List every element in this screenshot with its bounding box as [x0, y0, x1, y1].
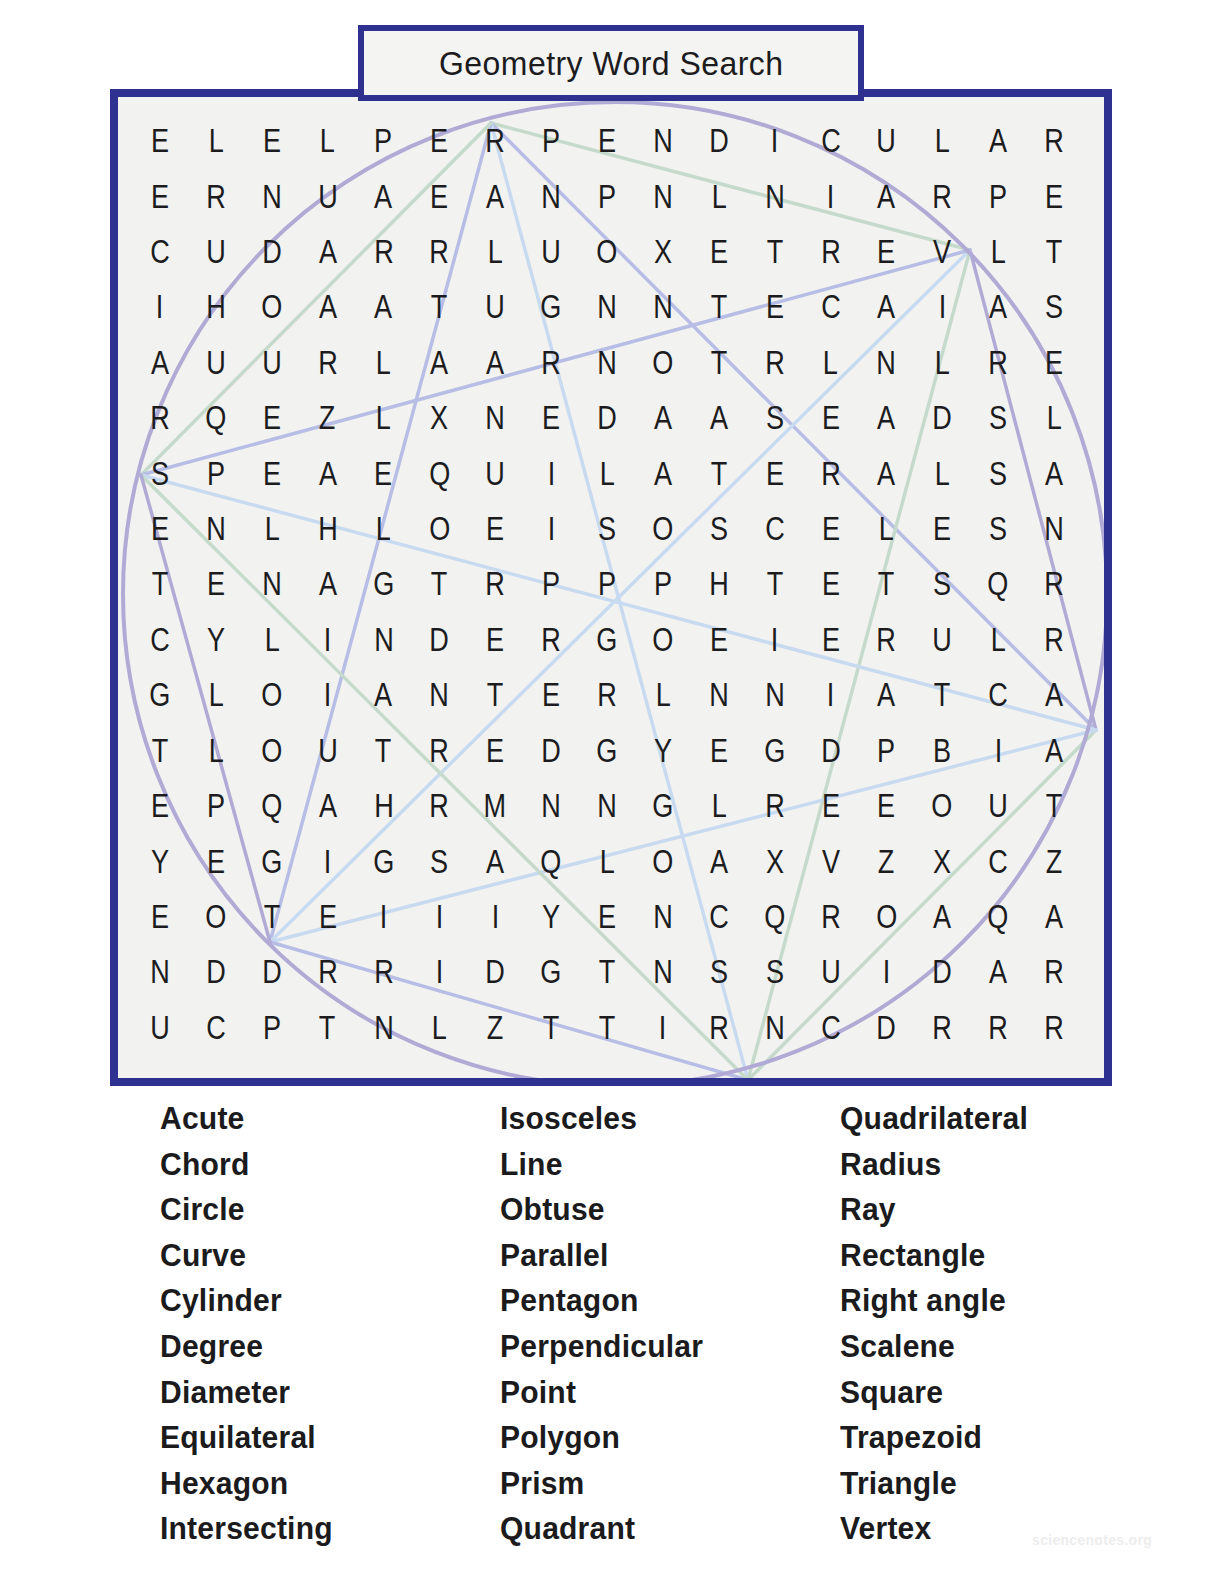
grid-cell-r15c14[interactable]: O	[858, 889, 914, 944]
grid-cell-r11c17[interactable]: A	[1026, 667, 1082, 722]
grid-cell-r17c2[interactable]: C	[188, 1000, 244, 1055]
grid-cell-r5c11[interactable]: T	[691, 335, 747, 390]
word-list-item[interactable]: Quadrilateral	[840, 1096, 1160, 1142]
grid-cell-r6c11[interactable]: A	[691, 390, 747, 445]
grid-cell-r5c8[interactable]: R	[523, 335, 579, 390]
grid-cell-r7c17[interactable]: A	[1026, 445, 1082, 500]
grid-cell-r11c2[interactable]: L	[188, 667, 244, 722]
grid-cell-r11c8[interactable]: E	[523, 667, 579, 722]
grid-cell-r3c15[interactable]: V	[914, 224, 970, 279]
grid-cell-r1c16[interactable]: A	[970, 113, 1026, 168]
grid-cell-r13c1[interactable]: E	[132, 778, 188, 833]
grid-cell-r10c16[interactable]: L	[970, 612, 1026, 667]
grid-cell-r8c3[interactable]: L	[244, 501, 300, 556]
grid-cell-r5c16[interactable]: R	[970, 335, 1026, 390]
grid-cell-r15c11[interactable]: C	[691, 889, 747, 944]
grid-cell-r11c5[interactable]: A	[356, 667, 412, 722]
word-list-item[interactable]: Ray	[840, 1187, 1160, 1233]
grid-cell-r11c3[interactable]: O	[244, 667, 300, 722]
grid-cell-r6c12[interactable]: S	[747, 390, 803, 445]
grid-cell-r10c5[interactable]: N	[356, 612, 412, 667]
grid-cell-r5c3[interactable]: U	[244, 335, 300, 390]
grid-cell-r4c3[interactable]: O	[244, 279, 300, 334]
grid-cell-r17c14[interactable]: D	[858, 1000, 914, 1055]
grid-cell-r8c4[interactable]: H	[300, 501, 356, 556]
grid-cell-r16c1[interactable]: N	[132, 944, 188, 999]
grid-cell-r5c2[interactable]: U	[188, 335, 244, 390]
word-list-item[interactable]: Acute	[160, 1096, 480, 1142]
grid-cell-r12c17[interactable]: A	[1026, 723, 1082, 778]
grid-cell-r16c7[interactable]: D	[467, 944, 523, 999]
grid-cell-r12c3[interactable]: O	[244, 723, 300, 778]
grid-cell-r15c7[interactable]: I	[467, 889, 523, 944]
grid-cell-r12c7[interactable]: E	[467, 723, 523, 778]
grid-cell-r2c9[interactable]: P	[579, 168, 635, 223]
grid-cell-r17c15[interactable]: R	[914, 1000, 970, 1055]
grid-cell-r8c9[interactable]: S	[579, 501, 635, 556]
grid-cell-r15c4[interactable]: E	[300, 889, 356, 944]
grid-cell-r6c15[interactable]: D	[914, 390, 970, 445]
grid-cell-r2c7[interactable]: A	[467, 168, 523, 223]
grid-cell-r6c6[interactable]: X	[411, 390, 467, 445]
grid-cell-r14c14[interactable]: Z	[858, 833, 914, 888]
grid-cell-r15c2[interactable]: O	[188, 889, 244, 944]
grid-cell-r6c13[interactable]: E	[803, 390, 859, 445]
grid-cell-r13c12[interactable]: R	[747, 778, 803, 833]
grid-cell-r1c8[interactable]: P	[523, 113, 579, 168]
grid-cell-r16c5[interactable]: R	[356, 944, 412, 999]
grid-cell-r3c9[interactable]: O	[579, 224, 635, 279]
grid-cell-r9c3[interactable]: N	[244, 556, 300, 611]
grid-cell-r5c1[interactable]: A	[132, 335, 188, 390]
grid-cell-r3c10[interactable]: X	[635, 224, 691, 279]
grid-cell-r7c1[interactable]: S	[132, 445, 188, 500]
grid-cell-r1c1[interactable]: E	[132, 113, 188, 168]
word-list-item[interactable]: Triangle	[840, 1461, 1160, 1507]
grid-cell-r1c12[interactable]: I	[747, 113, 803, 168]
grid-cell-r10c12[interactable]: I	[747, 612, 803, 667]
word-list-item[interactable]: Chord	[160, 1142, 480, 1188]
grid-cell-r7c11[interactable]: T	[691, 445, 747, 500]
grid-cell-r13c15[interactable]: O	[914, 778, 970, 833]
grid-cell-r6c4[interactable]: Z	[300, 390, 356, 445]
grid-cell-r14c4[interactable]: I	[300, 833, 356, 888]
grid-cell-r10c1[interactable]: C	[132, 612, 188, 667]
grid-cell-r7c16[interactable]: S	[970, 445, 1026, 500]
grid-cell-r9c1[interactable]: T	[132, 556, 188, 611]
grid-cell-r2c12[interactable]: N	[747, 168, 803, 223]
grid-cell-r15c1[interactable]: E	[132, 889, 188, 944]
grid-cell-r16c16[interactable]: A	[970, 944, 1026, 999]
grid-cell-r4c8[interactable]: G	[523, 279, 579, 334]
word-list-item[interactable]: Intersecting	[160, 1506, 480, 1552]
grid-cell-r13c3[interactable]: Q	[244, 778, 300, 833]
grid-cell-r7c2[interactable]: P	[188, 445, 244, 500]
grid-cell-r15c17[interactable]: A	[1026, 889, 1082, 944]
word-list-item[interactable]: Radius	[840, 1142, 1160, 1188]
grid-cell-r9c9[interactable]: P	[579, 556, 635, 611]
word-list-item[interactable]: Trapezoid	[840, 1415, 1160, 1461]
grid-cell-r4c16[interactable]: A	[970, 279, 1026, 334]
grid-cell-r15c6[interactable]: I	[411, 889, 467, 944]
grid-cell-r1c3[interactable]: E	[244, 113, 300, 168]
grid-cell-r10c14[interactable]: R	[858, 612, 914, 667]
grid-cell-r4c1[interactable]: I	[132, 279, 188, 334]
grid-cell-r16c12[interactable]: S	[747, 944, 803, 999]
grid-cell-r7c7[interactable]: U	[467, 445, 523, 500]
grid-cell-r3c1[interactable]: C	[132, 224, 188, 279]
grid-cell-r14c9[interactable]: L	[579, 833, 635, 888]
grid-cell-r3c7[interactable]: L	[467, 224, 523, 279]
grid-cell-r8c11[interactable]: S	[691, 501, 747, 556]
grid-cell-r17c17[interactable]: R	[1026, 1000, 1082, 1055]
grid-cell-r10c4[interactable]: I	[300, 612, 356, 667]
grid-cell-r10c13[interactable]: E	[803, 612, 859, 667]
grid-cell-r15c9[interactable]: E	[579, 889, 635, 944]
grid-cell-r5c5[interactable]: L	[356, 335, 412, 390]
grid-cell-r16c17[interactable]: R	[1026, 944, 1082, 999]
grid-cell-r3c2[interactable]: U	[188, 224, 244, 279]
grid-cell-r8c1[interactable]: E	[132, 501, 188, 556]
grid-cell-r7c6[interactable]: Q	[411, 445, 467, 500]
grid-cell-r14c17[interactable]: Z	[1026, 833, 1082, 888]
grid-cell-r10c6[interactable]: D	[411, 612, 467, 667]
grid-cell-r8c13[interactable]: E	[803, 501, 859, 556]
grid-cell-r11c13[interactable]: I	[803, 667, 859, 722]
grid-cell-r14c7[interactable]: A	[467, 833, 523, 888]
grid-cell-r5c10[interactable]: O	[635, 335, 691, 390]
grid-cell-r9c10[interactable]: P	[635, 556, 691, 611]
grid-cell-r12c1[interactable]: T	[132, 723, 188, 778]
grid-cell-r12c14[interactable]: P	[858, 723, 914, 778]
word-list-item[interactable]: Perpendicular	[500, 1324, 820, 1370]
grid-cell-r2c14[interactable]: A	[858, 168, 914, 223]
grid-cell-r4c13[interactable]: C	[803, 279, 859, 334]
grid-cell-r13c9[interactable]: N	[579, 778, 635, 833]
grid-cell-r16c13[interactable]: U	[803, 944, 859, 999]
grid-cell-r12c13[interactable]: D	[803, 723, 859, 778]
grid-cell-r13c6[interactable]: R	[411, 778, 467, 833]
grid-cell-r12c4[interactable]: U	[300, 723, 356, 778]
grid-cell-r15c8[interactable]: Y	[523, 889, 579, 944]
grid-cell-r7c13[interactable]: R	[803, 445, 859, 500]
grid-cell-r8c10[interactable]: O	[635, 501, 691, 556]
grid-cell-r10c7[interactable]: E	[467, 612, 523, 667]
grid-cell-r11c12[interactable]: N	[747, 667, 803, 722]
grid-cell-r9c7[interactable]: R	[467, 556, 523, 611]
grid-cell-r4c5[interactable]: A	[356, 279, 412, 334]
grid-cell-r9c17[interactable]: R	[1026, 556, 1082, 611]
grid-cell-r1c7[interactable]: R	[467, 113, 523, 168]
grid-cell-r16c9[interactable]: T	[579, 944, 635, 999]
grid-cell-r17c13[interactable]: C	[803, 1000, 859, 1055]
grid-cell-r12c12[interactable]: G	[747, 723, 803, 778]
grid-cell-r10c9[interactable]: G	[579, 612, 635, 667]
grid-cell-r8c6[interactable]: O	[411, 501, 467, 556]
grid-cell-r6c7[interactable]: N	[467, 390, 523, 445]
grid-cell-r6c3[interactable]: E	[244, 390, 300, 445]
grid-cell-r13c16[interactable]: U	[970, 778, 1026, 833]
grid-cell-r9c4[interactable]: A	[300, 556, 356, 611]
grid-cell-r7c8[interactable]: I	[523, 445, 579, 500]
grid-cell-r9c16[interactable]: Q	[970, 556, 1026, 611]
grid-cell-r1c15[interactable]: L	[914, 113, 970, 168]
grid-cell-r9c8[interactable]: P	[523, 556, 579, 611]
grid-cell-r16c6[interactable]: I	[411, 944, 467, 999]
grid-cell-r6c2[interactable]: Q	[188, 390, 244, 445]
grid-cell-r17c1[interactable]: U	[132, 1000, 188, 1055]
grid-cell-r11c7[interactable]: T	[467, 667, 523, 722]
grid-cell-r14c13[interactable]: V	[803, 833, 859, 888]
grid-cell-r13c4[interactable]: A	[300, 778, 356, 833]
grid-cell-r13c17[interactable]: T	[1026, 778, 1082, 833]
grid-cell-r16c3[interactable]: D	[244, 944, 300, 999]
grid-cell-r7c9[interactable]: L	[579, 445, 635, 500]
word-list-item[interactable]: Diameter	[160, 1370, 480, 1416]
grid-cell-r14c16[interactable]: C	[970, 833, 1026, 888]
word-list-item[interactable]: Right angle	[840, 1278, 1160, 1324]
grid-cell-r7c15[interactable]: L	[914, 445, 970, 500]
grid-cell-r1c5[interactable]: P	[356, 113, 412, 168]
grid-cell-r16c15[interactable]: D	[914, 944, 970, 999]
grid-cell-r16c11[interactable]: S	[691, 944, 747, 999]
grid-cell-r14c2[interactable]: E	[188, 833, 244, 888]
grid-cell-r3c4[interactable]: A	[300, 224, 356, 279]
grid-cell-r14c12[interactable]: X	[747, 833, 803, 888]
grid-cell-r17c5[interactable]: N	[356, 1000, 412, 1055]
grid-cell-r4c17[interactable]: S	[1026, 279, 1082, 334]
grid-cell-r1c9[interactable]: E	[579, 113, 635, 168]
grid-cell-r12c8[interactable]: D	[523, 723, 579, 778]
grid-cell-r1c14[interactable]: U	[858, 113, 914, 168]
grid-cell-r2c2[interactable]: R	[188, 168, 244, 223]
word-list-item[interactable]: Parallel	[500, 1233, 820, 1279]
grid-cell-r14c10[interactable]: O	[635, 833, 691, 888]
grid-cell-r12c11[interactable]: E	[691, 723, 747, 778]
grid-cell-r17c11[interactable]: R	[691, 1000, 747, 1055]
grid-cell-r3c6[interactable]: R	[411, 224, 467, 279]
grid-cell-r14c15[interactable]: X	[914, 833, 970, 888]
grid-cell-r11c11[interactable]: N	[691, 667, 747, 722]
grid-cell-r6c8[interactable]: E	[523, 390, 579, 445]
grid-cell-r1c17[interactable]: R	[1026, 113, 1082, 168]
grid-cell-r9c2[interactable]: E	[188, 556, 244, 611]
grid-cell-r15c15[interactable]: A	[914, 889, 970, 944]
grid-cell-r14c3[interactable]: G	[244, 833, 300, 888]
grid-cell-r14c8[interactable]: Q	[523, 833, 579, 888]
grid-cell-r5c7[interactable]: A	[467, 335, 523, 390]
grid-cell-r16c14[interactable]: I	[858, 944, 914, 999]
grid-cell-r17c9[interactable]: T	[579, 1000, 635, 1055]
grid-cell-r3c14[interactable]: E	[858, 224, 914, 279]
grid-cell-r2c16[interactable]: P	[970, 168, 1026, 223]
grid-cell-r1c10[interactable]: N	[635, 113, 691, 168]
word-list-item[interactable]: Curve	[160, 1233, 480, 1279]
word-list-item[interactable]: Circle	[160, 1187, 480, 1233]
grid-cell-r2c10[interactable]: N	[635, 168, 691, 223]
word-list-item[interactable]: Cylinder	[160, 1278, 480, 1324]
grid-cell-r8c8[interactable]: I	[523, 501, 579, 556]
grid-cell-r11c4[interactable]: I	[300, 667, 356, 722]
word-list-item[interactable]: Rectangle	[840, 1233, 1160, 1279]
grid-cell-r6c14[interactable]: A	[858, 390, 914, 445]
grid-cell-r17c6[interactable]: L	[411, 1000, 467, 1055]
grid-cell-r9c13[interactable]: E	[803, 556, 859, 611]
grid-cell-r15c16[interactable]: Q	[970, 889, 1026, 944]
grid-cell-r13c11[interactable]: L	[691, 778, 747, 833]
grid-cell-r12c15[interactable]: B	[914, 723, 970, 778]
grid-cell-r7c5[interactable]: E	[356, 445, 412, 500]
grid-cell-r4c15[interactable]: I	[914, 279, 970, 334]
grid-cell-r17c4[interactable]: T	[300, 1000, 356, 1055]
word-list-item[interactable]: Equilateral	[160, 1415, 480, 1461]
grid-cell-r5c14[interactable]: N	[858, 335, 914, 390]
grid-cell-r15c10[interactable]: N	[635, 889, 691, 944]
grid-cell-r1c13[interactable]: C	[803, 113, 859, 168]
grid-cell-r13c5[interactable]: H	[356, 778, 412, 833]
grid-cell-r7c12[interactable]: E	[747, 445, 803, 500]
grid-cell-r6c9[interactable]: D	[579, 390, 635, 445]
grid-cell-r17c7[interactable]: Z	[467, 1000, 523, 1055]
grid-cell-r2c3[interactable]: N	[244, 168, 300, 223]
grid-cell-r5c12[interactable]: R	[747, 335, 803, 390]
grid-cell-r9c12[interactable]: T	[747, 556, 803, 611]
grid-cell-r9c6[interactable]: T	[411, 556, 467, 611]
grid-cell-r2c11[interactable]: L	[691, 168, 747, 223]
word-list-item[interactable]: Prism	[500, 1461, 820, 1507]
grid-cell-r8c5[interactable]: L	[356, 501, 412, 556]
grid-cell-r3c12[interactable]: T	[747, 224, 803, 279]
grid-cell-r6c17[interactable]: L	[1026, 390, 1082, 445]
grid-cell-r3c8[interactable]: U	[523, 224, 579, 279]
word-list-item[interactable]: Square	[840, 1370, 1160, 1416]
grid-cell-r14c5[interactable]: G	[356, 833, 412, 888]
word-list-item[interactable]: Isosceles	[500, 1096, 820, 1142]
grid-cell-r17c12[interactable]: N	[747, 1000, 803, 1055]
grid-cell-r3c3[interactable]: D	[244, 224, 300, 279]
grid-cell-r16c10[interactable]: N	[635, 944, 691, 999]
grid-cell-r3c17[interactable]: T	[1026, 224, 1082, 279]
grid-cell-r7c10[interactable]: A	[635, 445, 691, 500]
grid-cell-r7c4[interactable]: A	[300, 445, 356, 500]
grid-cell-r12c10[interactable]: Y	[635, 723, 691, 778]
grid-cell-r12c9[interactable]: G	[579, 723, 635, 778]
grid-cell-r12c16[interactable]: I	[970, 723, 1026, 778]
grid-cell-r9c5[interactable]: G	[356, 556, 412, 611]
grid-cell-r7c3[interactable]: E	[244, 445, 300, 500]
grid-cell-r2c1[interactable]: E	[132, 168, 188, 223]
grid-cell-r5c9[interactable]: N	[579, 335, 635, 390]
grid-cell-r4c12[interactable]: E	[747, 279, 803, 334]
grid-cell-r5c4[interactable]: R	[300, 335, 356, 390]
grid-cell-r8c17[interactable]: N	[1026, 501, 1082, 556]
grid-cell-r3c16[interactable]: L	[970, 224, 1026, 279]
word-list-item[interactable]: Quadrant	[500, 1506, 820, 1552]
grid-cell-r1c4[interactable]: L	[300, 113, 356, 168]
grid-cell-r16c4[interactable]: R	[300, 944, 356, 999]
grid-cell-r13c14[interactable]: E	[858, 778, 914, 833]
grid-cell-r10c8[interactable]: R	[523, 612, 579, 667]
grid-cell-r2c6[interactable]: E	[411, 168, 467, 223]
grid-cell-r2c13[interactable]: I	[803, 168, 859, 223]
grid-cell-r11c6[interactable]: N	[411, 667, 467, 722]
grid-cell-r1c6[interactable]: E	[411, 113, 467, 168]
grid-cell-r13c13[interactable]: E	[803, 778, 859, 833]
grid-cell-r8c2[interactable]: N	[188, 501, 244, 556]
grid-cell-r13c7[interactable]: M	[467, 778, 523, 833]
word-list-item[interactable]: Scalene	[840, 1324, 1160, 1370]
word-list-item[interactable]: Pentagon	[500, 1278, 820, 1324]
grid-cell-r10c11[interactable]: E	[691, 612, 747, 667]
grid-cell-r11c16[interactable]: C	[970, 667, 1026, 722]
grid-cell-r4c9[interactable]: N	[579, 279, 635, 334]
grid-cell-r4c11[interactable]: T	[691, 279, 747, 334]
word-list-item[interactable]: Obtuse	[500, 1187, 820, 1233]
grid-cell-r14c6[interactable]: S	[411, 833, 467, 888]
grid-cell-r14c1[interactable]: Y	[132, 833, 188, 888]
grid-cell-r12c2[interactable]: L	[188, 723, 244, 778]
grid-cell-r4c6[interactable]: T	[411, 279, 467, 334]
grid-cell-r17c16[interactable]: R	[970, 1000, 1026, 1055]
grid-cell-r4c14[interactable]: A	[858, 279, 914, 334]
grid-cell-r11c10[interactable]: L	[635, 667, 691, 722]
grid-cell-r2c8[interactable]: N	[523, 168, 579, 223]
grid-cell-r2c5[interactable]: A	[356, 168, 412, 223]
grid-cell-r1c11[interactable]: D	[691, 113, 747, 168]
grid-cell-r5c17[interactable]: E	[1026, 335, 1082, 390]
grid-cell-r12c6[interactable]: R	[411, 723, 467, 778]
grid-cell-r17c3[interactable]: P	[244, 1000, 300, 1055]
grid-cell-r3c11[interactable]: E	[691, 224, 747, 279]
word-list-item[interactable]: Polygon	[500, 1415, 820, 1461]
word-list-item[interactable]: Point	[500, 1370, 820, 1416]
grid-cell-r17c8[interactable]: T	[523, 1000, 579, 1055]
grid-cell-r4c7[interactable]: U	[467, 279, 523, 334]
grid-cell-r13c2[interactable]: P	[188, 778, 244, 833]
grid-cell-r5c15[interactable]: L	[914, 335, 970, 390]
grid-cell-r2c17[interactable]: E	[1026, 168, 1082, 223]
grid-cell-r9c14[interactable]: T	[858, 556, 914, 611]
word-list-item[interactable]: Hexagon	[160, 1461, 480, 1507]
grid-cell-r4c10[interactable]: N	[635, 279, 691, 334]
grid-cell-r15c13[interactable]: R	[803, 889, 859, 944]
grid-cell-r10c15[interactable]: U	[914, 612, 970, 667]
grid-cell-r15c3[interactable]: T	[244, 889, 300, 944]
grid-cell-r1c2[interactable]: L	[188, 113, 244, 168]
grid-cell-r2c4[interactable]: U	[300, 168, 356, 223]
grid-cell-r15c12[interactable]: Q	[747, 889, 803, 944]
grid-cell-r11c1[interactable]: G	[132, 667, 188, 722]
grid-cell-r6c16[interactable]: S	[970, 390, 1026, 445]
grid-cell-r10c3[interactable]: L	[244, 612, 300, 667]
grid-cell-r6c10[interactable]: A	[635, 390, 691, 445]
grid-cell-r10c17[interactable]: R	[1026, 612, 1082, 667]
word-list-item[interactable]: Line	[500, 1142, 820, 1188]
word-list-item[interactable]: Degree	[160, 1324, 480, 1370]
grid-cell-r8c12[interactable]: C	[747, 501, 803, 556]
grid-cell-r9c11[interactable]: H	[691, 556, 747, 611]
grid-cell-r10c2[interactable]: Y	[188, 612, 244, 667]
grid-cell-r11c9[interactable]: R	[579, 667, 635, 722]
grid-cell-r11c15[interactable]: T	[914, 667, 970, 722]
grid-cell-r7c14[interactable]: A	[858, 445, 914, 500]
grid-cell-r16c2[interactable]: D	[188, 944, 244, 999]
grid-cell-r3c5[interactable]: R	[356, 224, 412, 279]
grid-cell-r6c1[interactable]: R	[132, 390, 188, 445]
grid-cell-r9c15[interactable]: S	[914, 556, 970, 611]
grid-cell-r16c8[interactable]: G	[523, 944, 579, 999]
grid-cell-r4c4[interactable]: A	[300, 279, 356, 334]
